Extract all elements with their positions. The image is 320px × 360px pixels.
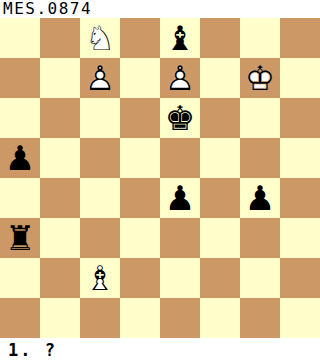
square-e8[interactable]: ♝ [160,18,200,58]
square-f4[interactable] [200,178,240,218]
square-g1[interactable] [240,298,280,338]
square-f7[interactable] [200,58,240,98]
square-b7[interactable] [40,58,80,98]
square-e7[interactable]: ♟♙ [160,58,200,98]
black-rook-piece: ♜ [0,218,40,258]
piece-outline-layer: ♔ [240,58,280,98]
black-pawn-piece: ♟ [240,178,280,218]
piece-outline-layer: ♙ [160,58,200,98]
square-h2[interactable] [280,258,320,298]
piece-solid-layer: ♚ [160,98,200,138]
square-a3[interactable]: ♜ [0,218,40,258]
square-d4[interactable] [120,178,160,218]
square-e6[interactable]: ♚ [160,98,200,138]
square-b8[interactable] [40,18,80,58]
square-g5[interactable] [240,138,280,178]
square-d7[interactable] [120,58,160,98]
square-b6[interactable] [40,98,80,138]
piece-outline-layer: ♘ [80,18,120,58]
square-b1[interactable] [40,298,80,338]
square-a6[interactable] [0,98,40,138]
square-e2[interactable] [160,258,200,298]
square-c1[interactable] [80,298,120,338]
square-h8[interactable] [280,18,320,58]
square-h6[interactable] [280,98,320,138]
chess-puzzle-window: MES.0874 ♞♘♝♟♙♟♙♚♔♚♟♟♟♜♝♗ 1. ? [0,0,320,360]
square-d5[interactable] [120,138,160,178]
square-a1[interactable] [0,298,40,338]
square-e1[interactable] [160,298,200,338]
square-f5[interactable] [200,138,240,178]
piece-solid-layer: ♟ [0,138,40,178]
square-c7[interactable]: ♟♙ [80,58,120,98]
square-c3[interactable] [80,218,120,258]
square-b2[interactable] [40,258,80,298]
piece-solid-layer: ♟ [160,178,200,218]
square-g8[interactable] [240,18,280,58]
piece-solid-layer: ♟ [240,178,280,218]
square-h1[interactable] [280,298,320,338]
square-h4[interactable] [280,178,320,218]
square-h7[interactable] [280,58,320,98]
square-f2[interactable] [200,258,240,298]
white-king-piece: ♚♔ [240,58,280,98]
white-pawn-piece: ♟♙ [160,58,200,98]
square-g7[interactable]: ♚♔ [240,58,280,98]
white-pawn-piece: ♟♙ [80,58,120,98]
square-d8[interactable] [120,18,160,58]
square-a4[interactable] [0,178,40,218]
square-a8[interactable] [0,18,40,58]
square-c6[interactable] [80,98,120,138]
square-d6[interactable] [120,98,160,138]
board: ♞♘♝♟♙♟♙♚♔♚♟♟♟♜♝♗ [0,18,320,338]
square-c8[interactable]: ♞♘ [80,18,120,58]
square-c4[interactable] [80,178,120,218]
square-c2[interactable]: ♝♗ [80,258,120,298]
black-king-piece: ♚ [160,98,200,138]
square-f6[interactable] [200,98,240,138]
puzzle-id: MES.0874 [0,0,320,18]
square-f8[interactable] [200,18,240,58]
white-bishop-piece: ♝♗ [80,258,120,298]
square-e5[interactable] [160,138,200,178]
piece-outline-layer: ♗ [80,258,120,298]
piece-solid-layer: ♝ [160,18,200,58]
square-f1[interactable] [200,298,240,338]
white-knight-piece: ♞♘ [80,18,120,58]
square-d3[interactable] [120,218,160,258]
black-bishop-piece: ♝ [160,18,200,58]
square-h3[interactable] [280,218,320,258]
square-g6[interactable] [240,98,280,138]
square-g4[interactable]: ♟ [240,178,280,218]
piece-outline-layer: ♙ [80,58,120,98]
square-b4[interactable] [40,178,80,218]
square-f3[interactable] [200,218,240,258]
square-d2[interactable] [120,258,160,298]
square-g3[interactable] [240,218,280,258]
square-h5[interactable] [280,138,320,178]
square-a5[interactable]: ♟ [0,138,40,178]
black-pawn-piece: ♟ [0,138,40,178]
square-c5[interactable] [80,138,120,178]
black-pawn-piece: ♟ [160,178,200,218]
square-e3[interactable] [160,218,200,258]
square-g2[interactable] [240,258,280,298]
square-a7[interactable] [0,58,40,98]
move-prompt: 1. ? [0,338,320,360]
piece-solid-layer: ♜ [0,218,40,258]
square-d1[interactable] [120,298,160,338]
square-e4[interactable]: ♟ [160,178,200,218]
square-b5[interactable] [40,138,80,178]
square-b3[interactable] [40,218,80,258]
square-a2[interactable] [0,258,40,298]
